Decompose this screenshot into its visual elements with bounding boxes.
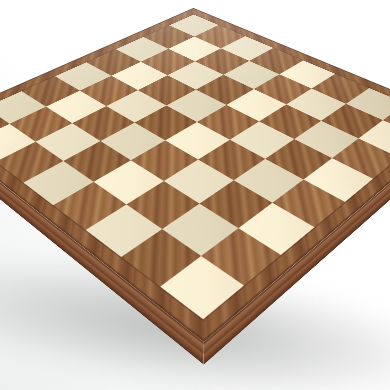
square-d2[interactable] [63,141,130,182]
product-photo-scene [0,0,390,390]
square-e2[interactable] [94,160,164,204]
square-g5[interactable] [265,139,332,179]
square-h3[interactable] [238,203,314,255]
square-e1[interactable] [53,182,126,230]
square-f5[interactable] [230,121,294,158]
square-f2[interactable] [126,181,199,229]
square-b1[interactable] [0,124,36,162]
square-c2[interactable] [36,123,101,161]
square-h1[interactable] [160,256,244,319]
square-h5[interactable] [304,158,374,202]
square-d1[interactable] [23,161,93,205]
square-e4[interactable] [165,122,230,160]
square-f4[interactable] [198,140,265,181]
square-h4[interactable] [272,180,345,228]
square-g4[interactable] [234,159,304,203]
square-f3[interactable] [164,160,234,204]
square-h6[interactable] [332,138,390,178]
square-g2[interactable] [162,204,238,256]
square-g3[interactable] [200,180,273,228]
square-f1[interactable] [86,204,163,257]
square-c1[interactable] [0,142,63,183]
square-h7[interactable] [359,120,390,157]
square-e3[interactable] [131,140,198,181]
square-d3[interactable] [100,123,165,161]
square-g1[interactable] [121,229,201,287]
square-h2[interactable] [201,228,281,285]
square-g6[interactable] [294,121,358,158]
